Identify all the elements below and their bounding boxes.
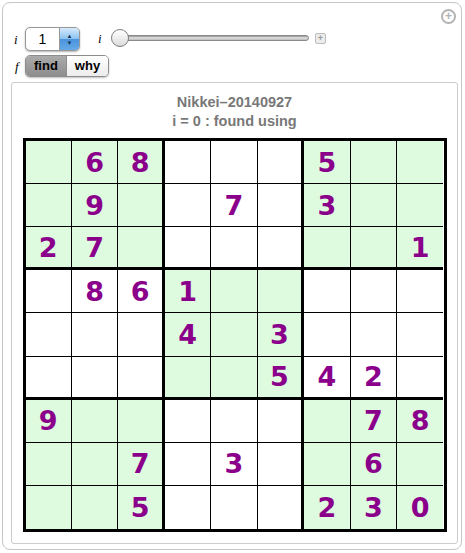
cell-r9c4 (165, 486, 211, 529)
slider-variable-label: i (98, 31, 102, 47)
cell-r9c8: 3 (351, 486, 397, 529)
stepper-down-icon: ▼ (67, 40, 73, 46)
dropdown-variable-label: i (14, 32, 18, 48)
cell-r6c5 (211, 357, 257, 400)
cell-r7c6 (258, 400, 304, 443)
cell-r3c7 (304, 227, 350, 270)
cell-r2c6 (258, 184, 304, 227)
cell-r1c6 (258, 141, 304, 184)
cell-r4c6 (258, 270, 304, 313)
setter-variable-label: f (15, 59, 19, 75)
cell-r4c8 (351, 270, 397, 313)
cell-r8c2 (72, 443, 118, 486)
cell-r5c7 (304, 313, 350, 356)
cell-r6c1 (26, 357, 72, 400)
cell-r2c5: 7 (211, 184, 257, 227)
cell-r3c6 (258, 227, 304, 270)
cell-r2c4 (165, 184, 211, 227)
i-slider-thumb[interactable] (111, 29, 129, 47)
dropdown-stepper[interactable]: ▲ ▼ (59, 28, 79, 50)
manipulate-options-button[interactable]: + (441, 9, 456, 24)
f-setter-bar: find why (25, 55, 109, 77)
cell-r9c7: 2 (304, 486, 350, 529)
cell-r8c4 (165, 443, 211, 486)
cell-r8c3: 7 (118, 443, 164, 486)
cell-r3c4 (165, 227, 211, 270)
sudoku-board: 685973271861435429787365230 (23, 138, 447, 532)
cell-r1c8 (351, 141, 397, 184)
cell-r2c9 (397, 184, 443, 227)
cell-r5c8 (351, 313, 397, 356)
cell-r3c5 (211, 227, 257, 270)
cell-r3c1: 2 (26, 227, 72, 270)
cell-r9c2 (72, 486, 118, 529)
cell-r2c7: 3 (304, 184, 350, 227)
cell-r1c9 (397, 141, 443, 184)
cell-r5c4: 4 (165, 313, 211, 356)
cell-r8c9 (397, 443, 443, 486)
cell-r9c9: 0 (397, 486, 443, 529)
cell-r2c1 (26, 184, 72, 227)
cell-r6c2 (72, 357, 118, 400)
cell-r7c1: 9 (26, 400, 72, 443)
cell-r5c5 (211, 313, 257, 356)
puzzle-status-line: i = 0 : found using (12, 113, 457, 129)
cell-r2c3 (118, 184, 164, 227)
puzzle-title: Nikkei–20140927 (12, 94, 457, 110)
cell-r4c5 (211, 270, 257, 313)
cell-r3c8 (351, 227, 397, 270)
cell-r7c3 (118, 400, 164, 443)
cell-r7c5 (211, 400, 257, 443)
cell-r6c3 (118, 357, 164, 400)
cell-r5c2 (72, 313, 118, 356)
i-value-dropdown[interactable]: 1 ▲ ▼ (25, 27, 80, 51)
cell-r6c6: 5 (258, 357, 304, 400)
cell-r4c2: 8 (72, 270, 118, 313)
cell-r3c3 (118, 227, 164, 270)
cell-r9c1 (26, 486, 72, 529)
cell-r5c6: 3 (258, 313, 304, 356)
slider-expand-button[interactable]: + (315, 33, 326, 44)
cell-r1c5 (211, 141, 257, 184)
cell-r4c9 (397, 270, 443, 313)
cell-r1c3: 8 (118, 141, 164, 184)
stepper-up-icon: ▲ (67, 33, 73, 39)
cell-r5c1 (26, 313, 72, 356)
cell-r4c7 (304, 270, 350, 313)
cell-r6c4 (165, 357, 211, 400)
cell-r1c1 (26, 141, 72, 184)
cell-r4c1 (26, 270, 72, 313)
cell-r7c9: 8 (397, 400, 443, 443)
manipulate-frame: i 1 ▲ ▼ i + + f find why Nikkei–20140927… (2, 2, 462, 550)
i-slider-track[interactable] (113, 35, 309, 41)
cell-r7c2 (72, 400, 118, 443)
setter-option-find[interactable]: find (26, 56, 67, 76)
setter-option-why[interactable]: why (67, 56, 108, 76)
cell-r6c7: 4 (304, 357, 350, 400)
cell-r4c4: 1 (165, 270, 211, 313)
cell-r3c9: 1 (397, 227, 443, 270)
cell-r6c9 (397, 357, 443, 400)
cell-r1c2: 6 (72, 141, 118, 184)
cell-r1c4 (165, 141, 211, 184)
cell-r8c7 (304, 443, 350, 486)
cell-r4c3: 6 (118, 270, 164, 313)
cell-r8c6 (258, 443, 304, 486)
cell-r8c8: 6 (351, 443, 397, 486)
cell-r6c8: 2 (351, 357, 397, 400)
cell-r1c7: 5 (304, 141, 350, 184)
cell-r7c4 (165, 400, 211, 443)
cell-r9c3: 5 (118, 486, 164, 529)
cell-r7c7 (304, 400, 350, 443)
cell-r2c2: 9 (72, 184, 118, 227)
dropdown-selected-value: 1 (26, 28, 59, 50)
cell-r3c2: 7 (72, 227, 118, 270)
display-panel: Nikkei–20140927 i = 0 : found using 6859… (11, 82, 458, 544)
cell-r8c1 (26, 443, 72, 486)
cell-r5c9 (397, 313, 443, 356)
cell-r5c3 (118, 313, 164, 356)
cell-r8c5: 3 (211, 443, 257, 486)
cell-r9c5 (211, 486, 257, 529)
cell-r2c8 (351, 184, 397, 227)
cell-r7c8: 7 (351, 400, 397, 443)
cell-r9c6 (258, 486, 304, 529)
